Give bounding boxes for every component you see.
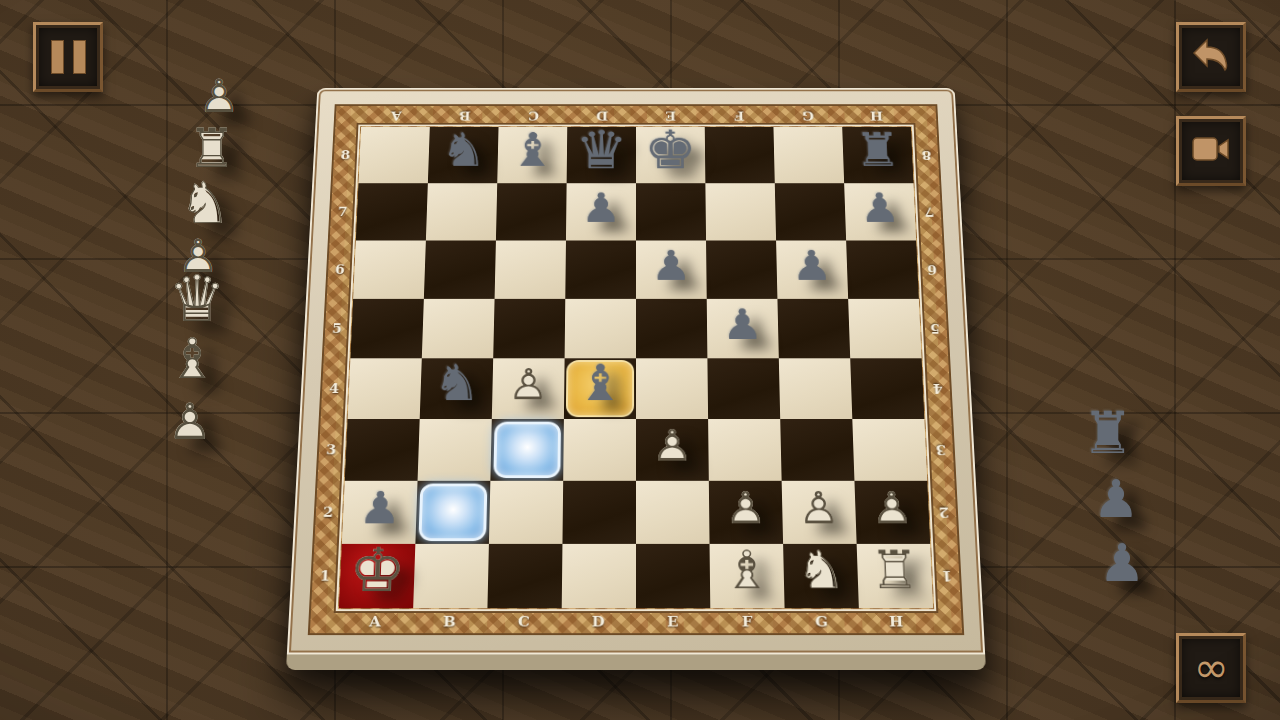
square-c5[interactable] (493, 299, 565, 358)
square-a3[interactable] (345, 419, 420, 481)
square-g4[interactable] (779, 358, 853, 419)
rank-label-right-6: 6 (916, 240, 947, 298)
square-b2[interactable] (415, 481, 490, 544)
pause-icon (51, 40, 86, 74)
board-corner (910, 104, 939, 127)
square-d6[interactable] (565, 240, 636, 298)
square-f6[interactable] (706, 240, 777, 298)
square-a8[interactable] (358, 127, 429, 183)
square-d7[interactable]: ♟♟ (566, 183, 636, 240)
square-a4[interactable] (348, 358, 422, 419)
file-label-bottom-E: E (636, 608, 711, 635)
rank-label-right-1: 1 (930, 544, 963, 608)
video-camera-icon (1191, 134, 1231, 168)
board-corner (933, 608, 964, 635)
square-g8[interactable] (773, 127, 844, 183)
rank-label-right-2: 2 (927, 481, 959, 544)
file-label-bottom-F: F (710, 608, 785, 635)
chess-board: ABCDEFGH8♞♞♝♝♛♛♚♚♜♜87♟♟♟♟76♟♟♟♟65♟♟54♞♞♟… (286, 88, 986, 670)
square-f1[interactable]: ♝♗ (710, 544, 785, 608)
square-c1[interactable] (487, 544, 562, 608)
square-c6[interactable] (495, 240, 566, 298)
board-grid: ABCDEFGH8♞♞♝♝♛♛♚♚♜♜87♟♟♟♟76♟♟♟♟65♟♟54♞♞♟… (308, 104, 964, 635)
file-label-bottom-G: G (785, 608, 860, 635)
camera-button[interactable] (1176, 116, 1246, 186)
file-label-bottom-C: C (487, 608, 562, 635)
file-label-top-G: G (773, 104, 842, 127)
infinity-button[interactable]: ∞ (1176, 633, 1246, 703)
square-e5[interactable] (636, 299, 707, 358)
board-slab: ABCDEFGH8♞♞♝♝♛♛♚♚♜♜87♟♟♟♟76♟♟♟♟65♟♟54♞♞♟… (286, 88, 986, 670)
square-a7[interactable] (356, 183, 428, 240)
square-h7[interactable]: ♟♟ (844, 183, 916, 240)
square-d2[interactable] (562, 481, 636, 544)
square-e4[interactable] (636, 358, 708, 419)
undo-arrow-icon (1191, 38, 1231, 76)
square-h6[interactable] (846, 240, 919, 298)
square-c8[interactable]: ♝♝ (497, 127, 567, 183)
board-corner (334, 104, 363, 127)
square-a5[interactable] (350, 299, 423, 358)
square-g2[interactable]: ♟♙ (782, 481, 857, 544)
square-f2[interactable]: ♟♙ (709, 481, 783, 544)
rank-label-left-8: 8 (331, 127, 361, 183)
square-e1[interactable] (636, 544, 710, 608)
square-g1[interactable]: ♞♘ (783, 544, 859, 608)
square-h3[interactable] (852, 419, 927, 481)
square-a6[interactable] (353, 240, 426, 298)
square-g7[interactable] (775, 183, 846, 240)
square-b3[interactable] (418, 419, 492, 481)
square-d4[interactable]: ♝♝ (564, 358, 636, 419)
board-corner (308, 608, 339, 635)
square-g3[interactable] (780, 419, 854, 481)
infinity-icon: ∞ (1194, 647, 1229, 689)
square-h2[interactable]: ♟♙ (854, 481, 930, 544)
rank-label-left-3: 3 (316, 419, 348, 481)
rank-label-left-7: 7 (328, 183, 359, 240)
square-e7[interactable] (636, 183, 706, 240)
square-d1[interactable] (562, 544, 636, 608)
rank-label-left-5: 5 (322, 299, 353, 358)
file-label-bottom-H: H (859, 608, 935, 635)
square-c2[interactable] (489, 481, 563, 544)
square-h8[interactable]: ♜♜ (842, 127, 913, 183)
undo-button[interactable] (1176, 22, 1246, 92)
square-b1[interactable] (413, 544, 489, 608)
rank-label-left-1: 1 (309, 544, 342, 608)
file-label-top-F: F (704, 104, 773, 127)
square-g6[interactable]: ♟♟ (776, 240, 848, 298)
square-a1[interactable]: ♚♔ (339, 544, 416, 608)
square-f4[interactable] (707, 358, 780, 419)
rank-label-left-2: 2 (312, 481, 344, 544)
rank-label-right-8: 8 (911, 127, 941, 183)
square-b4[interactable]: ♞♞ (420, 358, 494, 419)
rank-label-right-3: 3 (924, 419, 956, 481)
pause-button[interactable] (33, 22, 103, 92)
square-b7[interactable] (426, 183, 497, 240)
file-label-bottom-D: D (561, 608, 636, 635)
square-d5[interactable] (565, 299, 636, 358)
file-label-top-A: A (361, 104, 431, 127)
rank-label-left-4: 4 (319, 358, 351, 419)
file-label-bottom-A: A (338, 608, 414, 635)
square-e3[interactable]: ♟♙ (636, 419, 709, 481)
square-c7[interactable] (496, 183, 567, 240)
square-f3[interactable] (708, 419, 782, 481)
square-f8[interactable] (705, 127, 775, 183)
square-e6[interactable]: ♟♟ (636, 240, 707, 298)
square-e2[interactable] (636, 481, 710, 544)
square-h5[interactable] (848, 299, 921, 358)
rank-label-right-4: 4 (922, 358, 954, 419)
square-e8[interactable]: ♚♚ (636, 127, 705, 183)
square-f7[interactable] (705, 183, 776, 240)
square-c4[interactable]: ♟♙ (492, 358, 565, 419)
rank-label-left-6: 6 (325, 240, 356, 298)
rank-label-right-5: 5 (919, 299, 950, 358)
square-f5[interactable]: ♟♟ (707, 299, 779, 358)
square-d8[interactable]: ♛♛ (567, 127, 636, 183)
square-d3[interactable] (563, 419, 636, 481)
square-c3[interactable] (490, 419, 564, 481)
square-b5[interactable] (422, 299, 495, 358)
square-h1[interactable]: ♜♖ (857, 544, 934, 608)
square-h4[interactable] (850, 358, 924, 419)
square-g5[interactable] (777, 299, 850, 358)
square-b8[interactable]: ♞♞ (428, 127, 499, 183)
rank-label-right-7: 7 (914, 183, 945, 240)
file-label-bottom-B: B (412, 608, 487, 635)
square-b6[interactable] (424, 240, 496, 298)
